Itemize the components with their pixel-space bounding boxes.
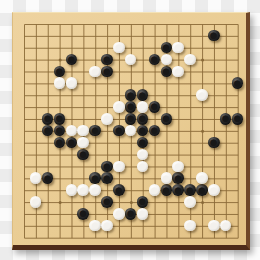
black-stone: ● xyxy=(232,113,244,125)
black-stone: ● xyxy=(54,113,66,125)
white-stone: ● xyxy=(137,161,149,173)
white-stone: ● xyxy=(184,54,196,66)
board-intersections[interactable]: ●●●●●●●●●●●●●●●●●●●●●●●●●●●●●●●●●●●●●●●●… xyxy=(18,18,244,244)
white-stone: ● xyxy=(30,196,42,208)
black-stone: ● xyxy=(101,66,113,78)
black-stone: ● xyxy=(113,125,125,137)
black-stone: ● xyxy=(77,149,89,161)
white-stone: ● xyxy=(89,66,101,78)
white-stone: ● xyxy=(137,101,149,113)
black-stone: ● xyxy=(125,89,137,101)
white-stone: ● xyxy=(66,184,78,196)
white-stone: ● xyxy=(196,89,208,101)
black-stone: ● xyxy=(113,184,125,196)
black-stone: ● xyxy=(42,172,54,184)
black-stone: ● xyxy=(101,172,113,184)
black-stone: ● xyxy=(172,184,184,196)
white-stone: ● xyxy=(196,172,208,184)
black-stone: ● xyxy=(66,137,78,149)
black-stone: ● xyxy=(232,77,244,89)
white-stone: ● xyxy=(172,161,184,173)
black-stone: ● xyxy=(149,101,161,113)
black-stone: ● xyxy=(101,161,113,173)
white-stone: ● xyxy=(125,125,137,137)
white-stone: ● xyxy=(208,184,220,196)
white-stone: ● xyxy=(208,220,220,232)
black-stone: ● xyxy=(54,137,66,149)
black-stone: ● xyxy=(125,113,137,125)
black-stone: ● xyxy=(89,125,101,137)
white-stone: ● xyxy=(113,161,125,173)
white-stone: ● xyxy=(137,149,149,161)
white-stone: ● xyxy=(113,42,125,54)
black-stone: ● xyxy=(101,196,113,208)
black-stone: ● xyxy=(184,184,196,196)
black-stone: ● xyxy=(54,125,66,137)
white-stone: ● xyxy=(113,101,125,113)
white-stone: ● xyxy=(172,66,184,78)
black-stone: ● xyxy=(208,137,220,149)
black-stone: ● xyxy=(137,89,149,101)
white-stone: ● xyxy=(89,184,101,196)
black-stone: ● xyxy=(161,184,173,196)
white-stone: ● xyxy=(101,220,113,232)
black-stone: ● xyxy=(54,66,66,78)
white-stone: ● xyxy=(220,220,232,232)
black-stone: ● xyxy=(149,54,161,66)
black-stone: ● xyxy=(42,113,54,125)
black-stone: ● xyxy=(220,113,232,125)
white-stone: ● xyxy=(30,172,42,184)
black-stone: ● xyxy=(137,196,149,208)
black-stone: ● xyxy=(208,30,220,42)
white-stone: ● xyxy=(77,125,89,137)
white-stone: ● xyxy=(113,208,125,220)
white-stone: ● xyxy=(66,125,78,137)
white-stone: ● xyxy=(77,184,89,196)
black-stone: ● xyxy=(137,125,149,137)
white-stone: ● xyxy=(184,220,196,232)
black-stone: ● xyxy=(125,208,137,220)
black-stone: ● xyxy=(161,42,173,54)
white-stone: ● xyxy=(125,54,137,66)
black-stone: ● xyxy=(196,184,208,196)
black-stone: ● xyxy=(161,113,173,125)
black-stone: ● xyxy=(101,54,113,66)
white-stone: ● xyxy=(66,77,78,89)
black-stone: ● xyxy=(77,208,89,220)
white-stone: ● xyxy=(101,113,113,125)
white-stone: ● xyxy=(77,137,89,149)
black-stone: ● xyxy=(161,66,173,78)
white-stone: ● xyxy=(149,184,161,196)
black-stone: ● xyxy=(66,54,78,66)
go-board[interactable]: ●●●●●●●●●●●●●●●●●●●●●●●●●●●●●●●●●●●●●●●●… xyxy=(12,12,250,250)
black-stone: ● xyxy=(125,101,137,113)
black-stone: ● xyxy=(137,137,149,149)
white-stone: ● xyxy=(161,54,173,66)
black-stone: ● xyxy=(137,113,149,125)
white-stone: ● xyxy=(54,77,66,89)
black-stone: ● xyxy=(172,172,184,184)
white-stone: ● xyxy=(161,172,173,184)
black-stone: ● xyxy=(42,125,54,137)
white-stone: ● xyxy=(172,42,184,54)
white-stone: ● xyxy=(184,196,196,208)
black-stone: ● xyxy=(89,172,101,184)
white-stone: ● xyxy=(89,220,101,232)
white-stone: ● xyxy=(137,208,149,220)
black-stone: ● xyxy=(149,125,161,137)
